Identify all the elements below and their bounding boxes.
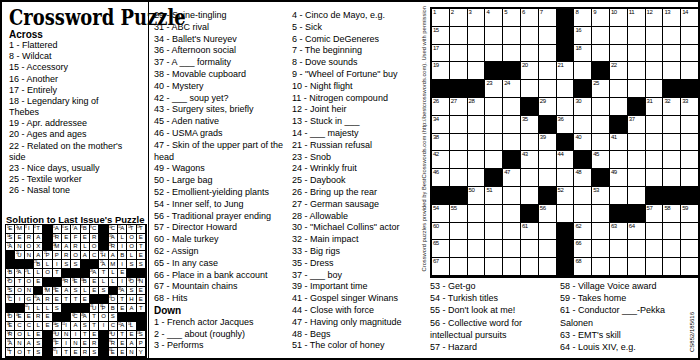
grid-cell-r9c15[interactable] — [681, 151, 699, 169]
grid-cell-r7c1[interactable]: 34 — [432, 116, 450, 134]
grid-cell-r11c5[interactable] — [503, 187, 521, 205]
cell-number: 57 — [647, 205, 653, 211]
grid-cell-r7c3[interactable] — [468, 116, 486, 134]
clue: 12 - Joint heir — [292, 104, 420, 116]
grid-cell-r10c14[interactable] — [663, 169, 681, 187]
grid-cell-r4c12[interactable] — [628, 62, 646, 80]
grid-cell-r9c2[interactable] — [450, 151, 468, 169]
grid-cell-r9c1[interactable]: 42 — [432, 151, 450, 169]
grid-cell-r11c3[interactable]: 50 — [468, 187, 486, 205]
grid-cell-r4c13[interactable] — [646, 62, 664, 80]
grid-cell-r6c10[interactable] — [592, 98, 610, 116]
grid-cell-r11c10[interactable]: 53 — [592, 187, 610, 205]
solution-letter: A — [81, 313, 89, 321]
grid-cell-r1c4[interactable]: 4 — [485, 9, 503, 27]
grid-cell-r9c13[interactable] — [646, 151, 664, 169]
black-cell — [681, 80, 699, 98]
grid-cell-r4c15[interactable] — [681, 62, 699, 80]
solution-letter: A — [62, 287, 70, 295]
solution-letter: A — [81, 251, 89, 259]
solution-letter: S — [62, 260, 70, 268]
solution-cell: F — [71, 234, 80, 243]
grid-cell-r1c11[interactable]: 10 — [610, 9, 628, 27]
across-clue-column: Across1 - Flattered8 - Wildcat15 - Acces… — [9, 29, 129, 196]
cell-number: 33 — [682, 98, 688, 104]
grid-cell-r13c15[interactable] — [681, 223, 699, 241]
clue: 54 - Inner self, to Jung — [154, 199, 290, 211]
black-cell — [503, 62, 521, 80]
solution-letter: I — [118, 278, 126, 286]
grid-cell-r13c7[interactable] — [539, 223, 557, 241]
grid-cell-r9c8[interactable]: 44 — [557, 151, 575, 169]
grid-cell-r2c14[interactable] — [663, 27, 681, 45]
black-cell — [592, 62, 610, 80]
grid-cell-r3c7[interactable] — [539, 45, 557, 63]
grid-cell-r13c6[interactable]: 61 — [521, 223, 539, 241]
grid-cell-r13c9[interactable]: 62 — [574, 223, 592, 241]
grid-cell-r10c11[interactable]: 49 — [610, 169, 628, 187]
grid-cell-r10c15[interactable] — [681, 169, 699, 187]
grid-cell-r3c5[interactable] — [503, 45, 521, 63]
grid-cell-r14c12[interactable] — [628, 240, 646, 258]
solution-cell: N — [15, 339, 24, 348]
grid-cell-r1c14[interactable]: 13 — [663, 9, 681, 27]
grid-cell-r8c12[interactable] — [628, 134, 646, 152]
grid-cell-r6c14[interactable]: 32 — [663, 98, 681, 116]
grid-cell-r2c2[interactable] — [450, 27, 468, 45]
grid-cell-r1c9[interactable]: 8 — [574, 9, 592, 27]
grid-cell-r9c4[interactable] — [485, 151, 503, 169]
grid-cell-r12c8[interactable] — [557, 205, 575, 223]
grid-cell-r8c6[interactable] — [521, 134, 539, 152]
cell-number: 65 — [433, 240, 439, 246]
grid-cell-r2c7[interactable] — [539, 27, 557, 45]
solution-letter: T — [62, 295, 70, 303]
grid-cell-r3c13[interactable] — [646, 45, 664, 63]
solution-cell: 3I — [25, 225, 34, 234]
grid-cell-r14c2[interactable] — [450, 240, 468, 258]
grid-cell-r15c5[interactable] — [503, 258, 521, 276]
clue: 60 - Male turkey — [154, 234, 290, 246]
grid-cell-r3c3[interactable] — [468, 45, 486, 63]
grid-cell-r4c1[interactable]: 19 — [432, 62, 450, 80]
grid-cell-r11c12[interactable] — [628, 187, 646, 205]
grid-cell-r14c6[interactable] — [521, 240, 539, 258]
solution-cell: R — [90, 234, 99, 243]
grid-cell-r1c2[interactable]: 2 — [450, 9, 468, 27]
grid-cell-r8c15[interactable] — [681, 134, 699, 152]
grid-cell-r2c11[interactable] — [610, 27, 628, 45]
grid-cell-r4c14[interactable] — [663, 62, 681, 80]
black-cell — [71, 269, 80, 278]
black-cell — [137, 313, 146, 322]
grid-cell-r15c4[interactable] — [485, 258, 503, 276]
solution-cell: T — [15, 278, 24, 287]
grid-cell-r10c2[interactable] — [450, 169, 468, 187]
grid-cell-r8c2[interactable] — [450, 134, 468, 152]
solution-letter: S — [99, 287, 107, 295]
solution-cell: E — [90, 331, 99, 340]
grid-cell-r14c13[interactable] — [646, 240, 664, 258]
solution-letter: E — [137, 234, 145, 242]
solution-cell: E — [137, 251, 146, 260]
grid-cell-r2c6[interactable] — [521, 27, 539, 45]
solution-letter: A — [34, 295, 42, 303]
grid-cell-r13c5[interactable] — [503, 223, 521, 241]
grid-cell-r3c6[interactable] — [521, 45, 539, 63]
grid-cell-r15c13[interactable] — [646, 258, 664, 276]
grid-cell-r13c12[interactable]: 64 — [628, 223, 646, 241]
grid-cell-r14c1[interactable]: 65 — [432, 240, 450, 258]
clue: 11 - Nitrogen compound — [292, 93, 420, 105]
solution-cell: E — [71, 348, 80, 357]
grid-cell-r9c6[interactable]: 43 — [521, 151, 539, 169]
grid-cell-r12c13[interactable]: 57 — [646, 205, 664, 223]
solution-cell: 27L — [25, 269, 34, 278]
grid-cell-r9c10[interactable]: 45 — [592, 151, 610, 169]
grid-cell-r3c15[interactable] — [681, 45, 699, 63]
grid-cell-r12c7[interactable]: 56 — [539, 205, 557, 223]
grid-cell-r6c3[interactable]: 28 — [468, 98, 486, 116]
solution-cell: M — [109, 260, 118, 269]
solution-cell: T — [81, 331, 90, 340]
clue: 65 - In any case — [154, 258, 290, 270]
solution-letter: I — [62, 322, 70, 330]
grid-cell-r15c7[interactable] — [539, 258, 557, 276]
grid-cell-r14c15[interactable] — [681, 240, 699, 258]
grid-cell-r5c12[interactable] — [628, 80, 646, 98]
grid-cell-r5c10[interactable]: 25 — [592, 80, 610, 98]
grid-cell-r4c9[interactable] — [574, 62, 592, 80]
grid-cell-r15c15[interactable] — [681, 258, 699, 276]
grid-cell-r13c1[interactable]: 60 — [432, 223, 450, 241]
solution-cell: E — [25, 313, 34, 322]
grid-cell-r1c5[interactable]: 5 — [503, 9, 521, 27]
grid-cell-r7c12[interactable]: 37 — [628, 116, 646, 134]
clue: 25 - Daybook — [292, 175, 420, 187]
grid-cell-r10c9[interactable]: 48 — [574, 169, 592, 187]
black-cell — [485, 169, 503, 187]
grid-cell-r15c14[interactable] — [663, 258, 681, 276]
grid-cell-r15c3[interactable] — [468, 258, 486, 276]
grid-cell-r3c1[interactable]: 17 — [432, 45, 450, 63]
solution-cell: O — [99, 313, 108, 322]
clue: 41 - Gospel singer Winans — [292, 293, 420, 305]
grid-cell-r4c7[interactable] — [539, 62, 557, 80]
black-cell — [646, 187, 664, 205]
grid-cell-r10c7[interactable] — [539, 169, 557, 187]
cell-number: 64 — [629, 223, 635, 229]
grid-cell-r2c3[interactable] — [468, 27, 486, 45]
grid-cell-r2c1[interactable]: 15 — [432, 27, 450, 45]
grid-cell-r2c4[interactable] — [485, 27, 503, 45]
grid-cell-r7c9[interactable] — [574, 116, 592, 134]
grid-cell-r15c9[interactable]: 68 — [574, 258, 592, 276]
grid-cell-r5c4[interactable]: 23 — [485, 80, 503, 98]
solution-letter: T — [137, 243, 145, 251]
grid-cell-r1c1[interactable]: 1 — [432, 9, 450, 27]
grid-cell-r2c13[interactable] — [646, 27, 664, 45]
solution-cell: R — [34, 313, 43, 322]
black-cell — [681, 187, 699, 205]
black-cell — [6, 251, 15, 260]
grid-cell-r13c4[interactable] — [485, 223, 503, 241]
clue: 29 - Spine-tingling — [154, 10, 290, 22]
grid-cell-r8c10[interactable] — [592, 134, 610, 152]
clue: 9 - "Wheel of Fortune" buy — [292, 69, 420, 81]
cell-number: 45 — [593, 151, 599, 157]
grid-cell-r15c12[interactable] — [628, 258, 646, 276]
grid-cell-r2c9[interactable]: 16 — [574, 27, 592, 45]
grid-cell-r10c8[interactable] — [557, 169, 575, 187]
grid-cell-r9c12[interactable] — [628, 151, 646, 169]
solution-letter: C — [15, 322, 23, 330]
grid-cell-r12c9[interactable] — [574, 205, 592, 223]
grid-cell-r3c12[interactable] — [628, 45, 646, 63]
grid-cell-r1c7[interactable]: 7 — [539, 9, 557, 27]
grid-cell-r6c2[interactable]: 27 — [450, 98, 468, 116]
grid-cell-r9c14[interactable] — [663, 151, 681, 169]
grid-cell-r6c1[interactable]: 26 — [432, 98, 450, 116]
grid-cell-r5c7[interactable] — [539, 80, 557, 98]
grid-cell-r1c10[interactable]: 9 — [592, 9, 610, 27]
grid-cell-r14c7[interactable] — [539, 240, 557, 258]
grid-cell-r2c5[interactable] — [503, 27, 521, 45]
grid-cell-r15c11[interactable] — [610, 258, 628, 276]
grid-cell-r8c11[interactable]: 41 — [610, 134, 628, 152]
grid-cell-r12c3[interactable] — [468, 205, 486, 223]
cell-number: 54 — [433, 205, 439, 211]
grid-cell-r3c2[interactable] — [450, 45, 468, 63]
grid-cell-r6c5[interactable] — [503, 98, 521, 116]
grid-cell-r7c15[interactable] — [681, 116, 699, 134]
clue: 45 - Aden native — [154, 116, 290, 128]
grid-cell-r2c10[interactable] — [592, 27, 610, 45]
solution-letter: R — [62, 251, 70, 259]
grid-cell-r4c11[interactable]: 22 — [610, 62, 628, 80]
grid-cell-r3c14[interactable] — [663, 45, 681, 63]
grid-cell-r4c8[interactable]: 21 — [557, 62, 575, 80]
grid-cell-r8c9[interactable]: 40 — [574, 134, 592, 152]
grid-cell-r4c6[interactable]: 20 — [521, 62, 539, 80]
grid-cell-r12c15[interactable]: 59 — [681, 205, 699, 223]
cell-number: 4 — [486, 9, 489, 15]
grid-cell-r11c9[interactable] — [574, 187, 592, 205]
black-cell — [43, 348, 52, 357]
black-cell — [99, 339, 108, 348]
solution-cell: E — [127, 331, 136, 340]
grid-cell-r8c14[interactable] — [663, 134, 681, 152]
grid-cell-r7c14[interactable] — [663, 116, 681, 134]
grid-cell-r7c8[interactable]: 36 — [557, 116, 575, 134]
grid-cell-r1c12[interactable]: 11 — [628, 9, 646, 27]
cell-number: 40 — [575, 134, 581, 140]
solution-cell: I — [118, 260, 127, 269]
grid-cell-r3c4[interactable] — [485, 45, 503, 63]
clue: 42 - ___ soup yet? — [154, 93, 290, 105]
cell-number: 5 — [504, 9, 507, 15]
grid-cell-r12c2[interactable]: 55 — [450, 205, 468, 223]
grid-cell-r8c7[interactable]: 39 — [539, 134, 557, 152]
grid-cell-r5c11[interactable] — [610, 80, 628, 98]
solution-letter: H — [127, 295, 135, 303]
grid-cell-r11c6[interactable] — [521, 187, 539, 205]
solution-cell: A — [109, 251, 118, 260]
solution-letter: A — [118, 225, 126, 233]
solution-letter: L — [34, 269, 42, 277]
black-cell — [99, 348, 108, 357]
grid-cell-r9c7[interactable] — [539, 151, 557, 169]
grid-cell-r3c9[interactable]: 18 — [574, 45, 592, 63]
grid-cell-r5c13[interactable] — [646, 80, 664, 98]
grid-cell-r15c10[interactable] — [592, 258, 610, 276]
black-cell — [127, 269, 136, 278]
cell-number: 8 — [575, 9, 578, 15]
grid-cell-r6c7[interactable]: 29 — [539, 98, 557, 116]
clue: 54 - Turkish titles — [430, 292, 557, 304]
grid-cell-r10c5[interactable]: 47 — [503, 169, 521, 187]
grid-cell-r10c6[interactable] — [521, 169, 539, 187]
grid-cell-r9c3[interactable] — [468, 151, 486, 169]
grid-cell-r12c10[interactable] — [592, 205, 610, 223]
solution-cell: 36M — [43, 287, 52, 296]
clue: 49 - Wagons — [154, 163, 290, 175]
grid-cell-r14c14[interactable] — [663, 240, 681, 258]
grid-cell-r13c10[interactable] — [592, 223, 610, 241]
clue: 50 - Large bag — [154, 175, 290, 187]
black-cell — [450, 80, 468, 98]
grid-cell-r5c5[interactable]: 24 — [503, 80, 521, 98]
solution-cell: X — [34, 243, 43, 252]
solution-letter: S — [81, 322, 89, 330]
cell-number: 7 — [540, 9, 543, 15]
grid-cell-r12c4[interactable] — [485, 205, 503, 223]
grid-cell-r14c4[interactable] — [485, 240, 503, 258]
grid-cell-r13c11[interactable]: 63 — [610, 223, 628, 241]
grid-cell-r7c6[interactable]: 35 — [521, 116, 539, 134]
grid-cell-r12c1[interactable]: 54 — [432, 205, 450, 223]
grid-cell-r7c10[interactable] — [592, 116, 610, 134]
grid-cell-r10c1[interactable]: 46 — [432, 169, 450, 187]
grid-cell-r14c5[interactable] — [503, 240, 521, 258]
grid-cell-r15c2[interactable] — [450, 258, 468, 276]
grid-cell-r4c2[interactable] — [450, 62, 468, 80]
solution-letter: E — [90, 331, 98, 339]
cell-number: 16 — [575, 27, 581, 33]
solution-grid: 1E2M3I4T5A6S7A8B9C10C11A12T13T14SERA15RE… — [5, 224, 147, 358]
grid-cell-r8c13[interactable] — [646, 134, 664, 152]
grid-cell-r13c3[interactable] — [468, 223, 486, 241]
solution-cell: 50S — [53, 322, 62, 331]
grid-cell-r6c8[interactable] — [557, 98, 575, 116]
clue: 59 - Takes home — [560, 292, 698, 304]
grid-cell-r7c4[interactable] — [485, 116, 503, 134]
grid-cell-r14c10[interactable] — [592, 240, 610, 258]
grid-cell-r6c4[interactable] — [485, 98, 503, 116]
solution-cell: N — [25, 251, 34, 260]
grid-cell-r6c13[interactable]: 31 — [646, 98, 664, 116]
grid-cell-r9c11[interactable] — [610, 151, 628, 169]
solution-cell: N — [127, 348, 136, 357]
solution-cell: 57S — [137, 331, 146, 340]
solution-cell: O — [43, 269, 52, 278]
grid-cell-r8c1[interactable]: 38 — [432, 134, 450, 152]
grid-cell-r8c4[interactable] — [485, 134, 503, 152]
grid-cell-r13c13[interactable] — [646, 223, 664, 241]
solution-cell: L — [25, 331, 34, 340]
grid-cell-r11c8[interactable]: 52 — [557, 187, 575, 205]
solution-letter: L — [34, 304, 42, 312]
solution-cell: E — [81, 339, 90, 348]
grid-cell-r4c3[interactable] — [468, 62, 486, 80]
grid-cell-r14c9[interactable]: 66 — [574, 240, 592, 258]
clue: 32 - Main impact — [292, 234, 420, 246]
solution-letter: S — [127, 287, 135, 295]
grid-cell-r3c11[interactable] — [610, 45, 628, 63]
grid-cell-r5c8[interactable] — [557, 80, 575, 98]
grid-cell-r11c11[interactable] — [610, 187, 628, 205]
clue-column-2: 29 - Spine-tingling31 - ABC rival34 - Ba… — [154, 10, 290, 352]
grid-cell-r2c12[interactable] — [628, 27, 646, 45]
grid-cell-r6c11[interactable] — [610, 98, 628, 116]
grid-cell-r10c3[interactable] — [468, 169, 486, 187]
solution-letter: D — [6, 313, 14, 321]
grid-cell-r3c10[interactable] — [592, 45, 610, 63]
grid-cell-r1c3[interactable]: 3 — [468, 9, 486, 27]
solution-letter: E — [71, 278, 79, 286]
solution-cell: 29O — [6, 278, 15, 287]
grid-cell-r10c13[interactable] — [646, 169, 664, 187]
grid-cell-r15c1[interactable]: 67 — [432, 258, 450, 276]
grid-cell-r8c3[interactable] — [468, 134, 486, 152]
grid-cell-r2c15[interactable] — [681, 27, 699, 45]
grid-cell-r7c5[interactable] — [503, 116, 521, 134]
grid-cell-r8c5[interactable] — [503, 134, 521, 152]
grid-cell-r1c15[interactable]: 14 — [681, 9, 699, 27]
grid-cell-r1c6[interactable]: 6 — [521, 9, 539, 27]
solution-letter: S — [34, 339, 42, 347]
solution-cell: R — [62, 251, 71, 260]
solution-letter: L — [43, 304, 51, 312]
grid-cell-r7c13[interactable] — [646, 116, 664, 134]
grid-cell-r12c14[interactable]: 58 — [663, 205, 681, 223]
cell-number: 17 — [433, 45, 439, 51]
solution-cell: S — [81, 322, 90, 331]
grid-cell-r5c6[interactable] — [521, 80, 539, 98]
grid-cell-r12c5[interactable] — [503, 205, 521, 223]
grid-cell-r1c13[interactable]: 12 — [646, 9, 664, 27]
grid-cell-r15c6[interactable] — [521, 258, 539, 276]
grid-cell-r11c4[interactable]: 51 — [485, 187, 503, 205]
solution-letter: O — [127, 278, 135, 286]
grid-cell-r7c2[interactable] — [450, 116, 468, 134]
grid-cell-r14c11[interactable] — [610, 240, 628, 258]
grid-cell-r6c9[interactable]: 30 — [574, 98, 592, 116]
grid-cell-r10c12[interactable] — [628, 169, 646, 187]
solution-letter: T — [15, 278, 23, 286]
grid-cell-r14c3[interactable] — [468, 240, 486, 258]
grid-cell-r13c2[interactable] — [450, 223, 468, 241]
grid-cell-r6c15[interactable]: 33 — [681, 98, 699, 116]
cell-number: 9 — [593, 9, 596, 15]
cell-number: 67 — [433, 258, 439, 264]
solution-cell: 32B — [81, 278, 90, 287]
clue: 17 - Entirely — [9, 85, 129, 96]
solution-letter: R — [109, 339, 117, 347]
grid-cell-r13c14[interactable] — [663, 223, 681, 241]
black-cell — [521, 98, 539, 116]
clue: 26 - Nasal tone — [9, 185, 129, 196]
